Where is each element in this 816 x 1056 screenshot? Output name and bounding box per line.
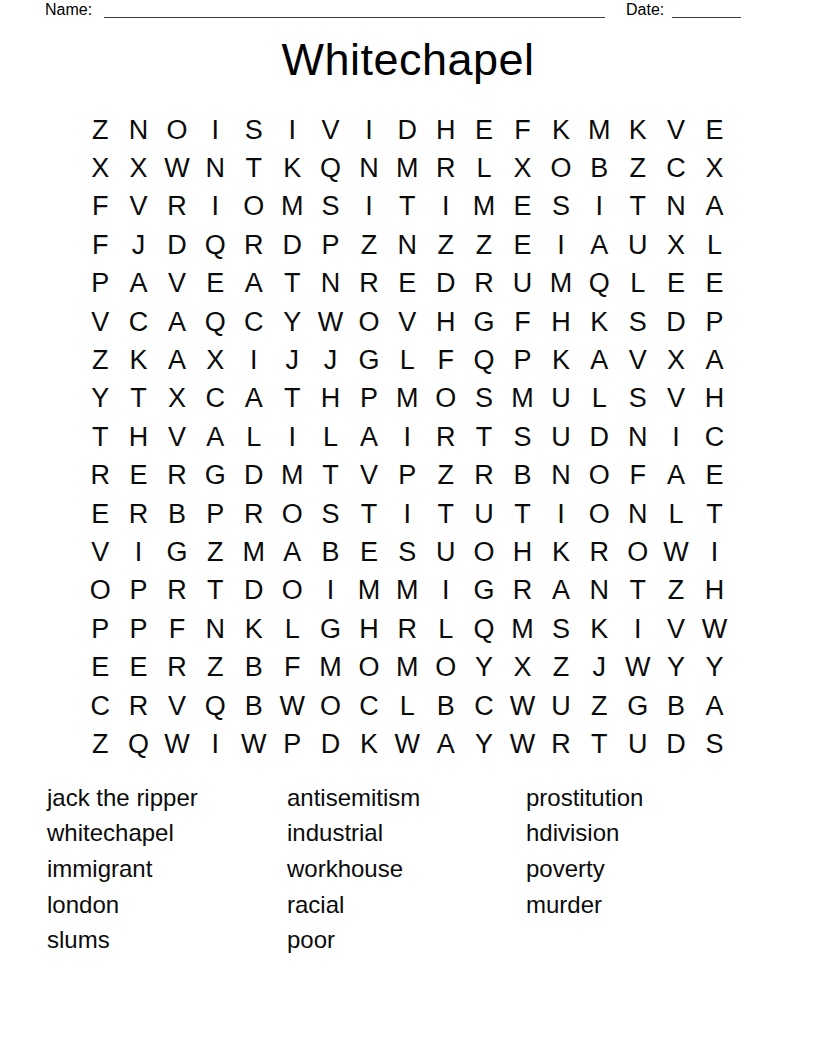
grid-cell[interactable]: N: [618, 418, 656, 456]
grid-cell[interactable]: Q: [311, 149, 349, 187]
grid-cell[interactable]: N: [388, 226, 426, 264]
page-title: Whitechapel: [0, 34, 816, 86]
grid-cell[interactable]: T: [311, 457, 349, 495]
grid-cell[interactable]: X: [119, 149, 157, 187]
grid-cell[interactable]: R: [235, 226, 273, 264]
grid-cell[interactable]: W: [235, 725, 273, 763]
grid-cell[interactable]: T: [388, 188, 426, 226]
grid-cell[interactable]: O: [542, 149, 580, 187]
grid-cell[interactable]: V: [158, 265, 196, 303]
grid-cell[interactable]: B: [235, 687, 273, 725]
grid-cell[interactable]: F: [81, 226, 119, 264]
grid-cell[interactable]: I: [388, 495, 426, 533]
grid-cell[interactable]: R: [388, 610, 426, 648]
grid-cell[interactable]: T: [427, 495, 465, 533]
date-input-line[interactable]: [672, 0, 741, 18]
grid-cell[interactable]: X: [657, 226, 695, 264]
grid-cell[interactable]: A: [273, 533, 311, 571]
grid-cell[interactable]: G: [311, 610, 349, 648]
grid-cell[interactable]: L: [388, 687, 426, 725]
grid-cell[interactable]: M: [503, 380, 541, 418]
grid-cell[interactable]: Z: [196, 648, 234, 686]
grid-cell[interactable]: H: [350, 610, 388, 648]
grid-cell[interactable]: S: [388, 533, 426, 571]
grid-cell[interactable]: D: [235, 572, 273, 610]
grid-cell[interactable]: V: [81, 533, 119, 571]
grid-cell[interactable]: Z: [81, 725, 119, 763]
grid-cell[interactable]: E: [196, 265, 234, 303]
name-input-line[interactable]: [104, 0, 605, 18]
grid-cell[interactable]: C: [81, 687, 119, 725]
grid-cell[interactable]: D: [273, 226, 311, 264]
grid-cell[interactable]: Z: [427, 457, 465, 495]
grid-cell[interactable]: E: [350, 533, 388, 571]
grid-cell[interactable]: E: [119, 648, 157, 686]
grid-cell[interactable]: W: [388, 725, 426, 763]
grid-cell[interactable]: R: [235, 495, 273, 533]
grid-cell[interactable]: P: [196, 495, 234, 533]
grid-cell[interactable]: V: [81, 303, 119, 341]
grid-cell[interactable]: F: [273, 648, 311, 686]
grid-cell[interactable]: T: [618, 572, 656, 610]
grid-cell[interactable]: U: [503, 265, 541, 303]
grid-cell[interactable]: K: [618, 111, 656, 149]
grid-cell[interactable]: S: [542, 610, 580, 648]
grid-cell[interactable]: M: [580, 111, 618, 149]
grid-cell[interactable]: V: [657, 111, 695, 149]
grid-cell[interactable]: T: [503, 495, 541, 533]
grid-cell[interactable]: V: [158, 687, 196, 725]
grid-cell[interactable]: J: [119, 226, 157, 264]
grid-cell[interactable]: D: [158, 226, 196, 264]
grid-cell[interactable]: G: [350, 341, 388, 379]
grid-cell[interactable]: R: [503, 572, 541, 610]
grid-cell[interactable]: C: [695, 418, 733, 456]
grid-cell[interactable]: R: [158, 457, 196, 495]
grid-cell[interactable]: B: [235, 648, 273, 686]
word-list-column2: antisemitismindustrialworkhouseracialpoo…: [287, 780, 420, 958]
grid-cell[interactable]: H: [311, 380, 349, 418]
grid-cell[interactable]: I: [580, 188, 618, 226]
grid-cell[interactable]: Z: [350, 226, 388, 264]
grid-cell[interactable]: L: [695, 226, 733, 264]
grid-cell[interactable]: Q: [119, 725, 157, 763]
grid-cell[interactable]: I: [427, 188, 465, 226]
grid-cell[interactable]: N: [311, 265, 349, 303]
grid-cell[interactable]: I: [119, 533, 157, 571]
grid-cell[interactable]: R: [158, 572, 196, 610]
grid-cell[interactable]: L: [311, 418, 349, 456]
grid-cell[interactable]: C: [350, 687, 388, 725]
grid-cell[interactable]: E: [81, 495, 119, 533]
grid-cell[interactable]: R: [158, 188, 196, 226]
grid-cell[interactable]: L: [235, 418, 273, 456]
grid-cell[interactable]: A: [350, 418, 388, 456]
grid-cell[interactable]: V: [158, 418, 196, 456]
grid-cell[interactable]: A: [542, 572, 580, 610]
grid-cell[interactable]: R: [465, 265, 503, 303]
grid-cell[interactable]: K: [273, 149, 311, 187]
grid-cell[interactable]: D: [388, 111, 426, 149]
grid-cell[interactable]: A: [235, 265, 273, 303]
grid-cell[interactable]: O: [235, 188, 273, 226]
grid-cell[interactable]: S: [618, 380, 656, 418]
grid-cell[interactable]: M: [388, 149, 426, 187]
grid-cell[interactable]: M: [273, 457, 311, 495]
grid-cell[interactable]: A: [158, 341, 196, 379]
word-list-item: whitechapel: [47, 816, 198, 852]
grid-cell[interactable]: O: [427, 648, 465, 686]
grid-cell[interactable]: M: [388, 648, 426, 686]
grid-cell[interactable]: H: [503, 533, 541, 571]
grid-cell[interactable]: L: [388, 341, 426, 379]
grid-cell[interactable]: T: [465, 418, 503, 456]
grid-cell[interactable]: A: [119, 265, 157, 303]
grid-cell[interactable]: A: [695, 341, 733, 379]
grid-cell[interactable]: Y: [695, 648, 733, 686]
grid-cell[interactable]: M: [388, 572, 426, 610]
grid-cell[interactable]: V: [657, 380, 695, 418]
grid-cell[interactable]: D: [427, 265, 465, 303]
grid-cell[interactable]: M: [235, 533, 273, 571]
grid-cell[interactable]: T: [119, 380, 157, 418]
grid-cell[interactable]: X: [81, 149, 119, 187]
grid-cell[interactable]: X: [196, 341, 234, 379]
grid-cell[interactable]: K: [235, 610, 273, 648]
grid-cell[interactable]: S: [311, 495, 349, 533]
grid-cell[interactable]: H: [427, 111, 465, 149]
grid-cell[interactable]: Z: [465, 226, 503, 264]
grid-cell[interactable]: G: [618, 687, 656, 725]
grid-cell[interactable]: T: [695, 495, 733, 533]
grid-cell[interactable]: W: [657, 533, 695, 571]
grid-cell[interactable]: O: [350, 303, 388, 341]
grid-cell[interactable]: D: [580, 418, 618, 456]
grid-cell[interactable]: B: [427, 687, 465, 725]
grid-cell[interactable]: Q: [196, 687, 234, 725]
grid-cell[interactable]: X: [158, 380, 196, 418]
grid-cell[interactable]: Z: [81, 111, 119, 149]
grid-cell[interactable]: G: [465, 303, 503, 341]
grid-cell[interactable]: Z: [81, 341, 119, 379]
grid-cell[interactable]: E: [695, 457, 733, 495]
grid-cell[interactable]: D: [657, 303, 695, 341]
grid-cell[interactable]: N: [542, 457, 580, 495]
grid-cell[interactable]: F: [618, 457, 656, 495]
grid-cell[interactable]: D: [311, 725, 349, 763]
grid-cell[interactable]: O: [311, 687, 349, 725]
grid-cell[interactable]: O: [427, 380, 465, 418]
grid-cell[interactable]: K: [542, 111, 580, 149]
grid-cell[interactable]: I: [273, 111, 311, 149]
grid-cell[interactable]: P: [311, 226, 349, 264]
grid-cell[interactable]: A: [657, 457, 695, 495]
grid-cell[interactable]: V: [657, 610, 695, 648]
grid-cell[interactable]: W: [503, 725, 541, 763]
grid-cell[interactable]: M: [388, 380, 426, 418]
grid-cell[interactable]: P: [350, 380, 388, 418]
grid-cell[interactable]: S: [311, 188, 349, 226]
grid-cell[interactable]: A: [158, 303, 196, 341]
grid-cell[interactable]: S: [503, 418, 541, 456]
grid-cell[interactable]: H: [542, 303, 580, 341]
grid-cell[interactable]: W: [618, 648, 656, 686]
grid-cell[interactable]: W: [158, 725, 196, 763]
grid-cell[interactable]: R: [542, 725, 580, 763]
grid-cell[interactable]: O: [350, 648, 388, 686]
grid-cell[interactable]: I: [196, 725, 234, 763]
grid-cell[interactable]: H: [695, 380, 733, 418]
grid-cell[interactable]: M: [311, 648, 349, 686]
grid-cell[interactable]: Z: [580, 687, 618, 725]
worksheet-page: Name: Date: Whitechapel ZNOISIVIDHEFKMKV…: [0, 0, 816, 1056]
grid-cell[interactable]: I: [542, 495, 580, 533]
grid-cell[interactable]: R: [81, 457, 119, 495]
grid-cell[interactable]: L: [580, 380, 618, 418]
grid-cell[interactable]: H: [427, 303, 465, 341]
grid-cell[interactable]: R: [158, 648, 196, 686]
word-list-item: hdivision: [526, 816, 643, 852]
grid-cell[interactable]: F: [503, 111, 541, 149]
grid-cell[interactable]: E: [388, 265, 426, 303]
grid-cell[interactable]: K: [542, 341, 580, 379]
grid-cell[interactable]: N: [350, 149, 388, 187]
grid-cell[interactable]: O: [81, 572, 119, 610]
grid-cell[interactable]: V: [119, 188, 157, 226]
grid-cell[interactable]: S: [618, 303, 656, 341]
grid-cell[interactable]: P: [388, 457, 426, 495]
grid-cell[interactable]: P: [119, 572, 157, 610]
grid-cell[interactable]: O: [158, 111, 196, 149]
grid-cell[interactable]: A: [695, 188, 733, 226]
grid-cell[interactable]: N: [580, 572, 618, 610]
grid-cell[interactable]: Z: [657, 572, 695, 610]
grid-cell[interactable]: W: [503, 687, 541, 725]
grid-cell[interactable]: R: [427, 418, 465, 456]
grid-cell[interactable]: T: [580, 725, 618, 763]
grid-cell[interactable]: N: [196, 610, 234, 648]
grid-cell[interactable]: I: [657, 418, 695, 456]
grid-cell[interactable]: G: [158, 533, 196, 571]
grid-cell[interactable]: R: [465, 457, 503, 495]
grid-cell[interactable]: I: [427, 572, 465, 610]
grid-cell[interactable]: R: [350, 265, 388, 303]
grid-cell[interactable]: I: [618, 610, 656, 648]
grid-cell[interactable]: F: [427, 341, 465, 379]
grid-cell[interactable]: B: [158, 495, 196, 533]
grid-cell[interactable]: W: [273, 687, 311, 725]
grid-cell[interactable]: T: [350, 495, 388, 533]
grid-cell[interactable]: L: [273, 610, 311, 648]
grid-cell[interactable]: C: [465, 687, 503, 725]
grid-cell[interactable]: Q: [196, 226, 234, 264]
grid-cell[interactable]: I: [695, 533, 733, 571]
grid-cell[interactable]: P: [273, 725, 311, 763]
grid-cell[interactable]: L: [465, 149, 503, 187]
grid-cell[interactable]: S: [235, 111, 273, 149]
grid-cell[interactable]: P: [81, 610, 119, 648]
grid-cell[interactable]: V: [618, 341, 656, 379]
grid-cell[interactable]: E: [465, 111, 503, 149]
grid-cell[interactable]: C: [196, 380, 234, 418]
grid-cell[interactable]: W: [158, 149, 196, 187]
grid-cell[interactable]: O: [580, 495, 618, 533]
grid-cell[interactable]: D: [657, 725, 695, 763]
grid-cell[interactable]: U: [542, 380, 580, 418]
grid-cell[interactable]: P: [119, 610, 157, 648]
grid-cell[interactable]: N: [618, 495, 656, 533]
grid-cell[interactable]: T: [618, 188, 656, 226]
grid-cell[interactable]: O: [273, 572, 311, 610]
grid-cell[interactable]: T: [235, 149, 273, 187]
grid-cell[interactable]: R: [119, 687, 157, 725]
grid-cell[interactable]: N: [119, 111, 157, 149]
grid-cell[interactable]: U: [542, 687, 580, 725]
grid-cell[interactable]: G: [465, 572, 503, 610]
grid-cell[interactable]: M: [273, 188, 311, 226]
grid-cell[interactable]: O: [618, 533, 656, 571]
grid-cell[interactable]: X: [503, 648, 541, 686]
grid-cell[interactable]: G: [196, 457, 234, 495]
grid-cell[interactable]: F: [503, 303, 541, 341]
grid-cell[interactable]: S: [695, 725, 733, 763]
grid-cell[interactable]: R: [580, 533, 618, 571]
grid-cell[interactable]: J: [273, 341, 311, 379]
grid-cell[interactable]: Q: [465, 341, 503, 379]
grid-cell[interactable]: R: [119, 495, 157, 533]
grid-cell[interactable]: L: [657, 495, 695, 533]
grid-cell[interactable]: E: [503, 226, 541, 264]
grid-cell[interactable]: S: [465, 380, 503, 418]
grid-cell[interactable]: B: [311, 533, 349, 571]
grid-cell[interactable]: E: [657, 265, 695, 303]
grid-cell[interactable]: Q: [465, 610, 503, 648]
grid-cell[interactable]: F: [81, 188, 119, 226]
grid-cell[interactable]: A: [580, 226, 618, 264]
grid-cell[interactable]: I: [273, 418, 311, 456]
grid-cell[interactable]: T: [273, 265, 311, 303]
grid-cell[interactable]: Q: [196, 303, 234, 341]
grid-cell[interactable]: B: [580, 149, 618, 187]
grid-cell[interactable]: H: [695, 572, 733, 610]
grid-cell[interactable]: T: [81, 418, 119, 456]
grid-cell[interactable]: B: [503, 457, 541, 495]
grid-cell[interactable]: F: [158, 610, 196, 648]
word-list-item: prostitution: [526, 780, 643, 816]
grid-cell[interactable]: U: [618, 226, 656, 264]
grid-cell[interactable]: W: [311, 303, 349, 341]
grid-cell[interactable]: J: [580, 648, 618, 686]
grid-cell[interactable]: C: [119, 303, 157, 341]
grid-cell[interactable]: I: [542, 226, 580, 264]
grid-cell[interactable]: O: [465, 533, 503, 571]
grid-cell[interactable]: P: [503, 341, 541, 379]
grid-cell[interactable]: E: [503, 188, 541, 226]
grid-cell[interactable]: I: [388, 418, 426, 456]
grid-cell[interactable]: W: [695, 610, 733, 648]
grid-cell[interactable]: U: [427, 533, 465, 571]
grid-cell[interactable]: Y: [657, 648, 695, 686]
grid-cell[interactable]: R: [427, 149, 465, 187]
grid-cell[interactable]: D: [235, 457, 273, 495]
grid-cell[interactable]: A: [196, 418, 234, 456]
grid-cell[interactable]: K: [119, 341, 157, 379]
grid-cell[interactable]: A: [427, 725, 465, 763]
grid-cell[interactable]: I: [350, 111, 388, 149]
grid-cell[interactable]: K: [580, 303, 618, 341]
grid-cell[interactable]: L: [427, 610, 465, 648]
grid-cell[interactable]: Z: [542, 648, 580, 686]
grid-cell[interactable]: M: [350, 572, 388, 610]
grid-cell[interactable]: N: [196, 149, 234, 187]
grid-cell[interactable]: O: [580, 457, 618, 495]
grid-cell[interactable]: I: [311, 572, 349, 610]
grid-cell[interactable]: J: [311, 341, 349, 379]
grid-cell[interactable]: K: [350, 725, 388, 763]
grid-cell[interactable]: M: [542, 265, 580, 303]
grid-cell[interactable]: I: [196, 111, 234, 149]
grid-cell[interactable]: T: [196, 572, 234, 610]
grid-cell[interactable]: U: [542, 418, 580, 456]
grid-cell[interactable]: X: [695, 149, 733, 187]
grid-cell[interactable]: I: [235, 341, 273, 379]
grid-cell[interactable]: X: [657, 341, 695, 379]
grid-cell[interactable]: I: [196, 188, 234, 226]
grid-cell[interactable]: B: [657, 687, 695, 725]
grid-cell[interactable]: Z: [427, 226, 465, 264]
grid-cell[interactable]: M: [465, 188, 503, 226]
grid-cell[interactable]: O: [273, 495, 311, 533]
grid-cell[interactable]: K: [580, 610, 618, 648]
grid-cell[interactable]: E: [81, 648, 119, 686]
grid-cell[interactable]: X: [503, 149, 541, 187]
grid-cell[interactable]: E: [695, 265, 733, 303]
grid-cell[interactable]: M: [503, 610, 541, 648]
grid-cell[interactable]: V: [350, 457, 388, 495]
grid-cell[interactable]: H: [119, 418, 157, 456]
grid-cell[interactable]: P: [81, 265, 119, 303]
grid-cell[interactable]: A: [695, 687, 733, 725]
grid-cell[interactable]: Y: [465, 648, 503, 686]
grid-cell[interactable]: A: [235, 380, 273, 418]
grid-cell[interactable]: N: [657, 188, 695, 226]
grid-cell[interactable]: K: [542, 533, 580, 571]
grid-cell[interactable]: Q: [580, 265, 618, 303]
grid-cell[interactable]: Y: [81, 380, 119, 418]
grid-cell[interactable]: T: [273, 380, 311, 418]
grid-cell[interactable]: L: [618, 265, 656, 303]
word-list-item: racial: [287, 887, 420, 923]
grid-cell[interactable]: Z: [618, 149, 656, 187]
grid-cell[interactable]: C: [235, 303, 273, 341]
grid-cell[interactable]: U: [618, 725, 656, 763]
grid-cell[interactable]: V: [311, 111, 349, 149]
grid-cell[interactable]: Y: [465, 725, 503, 763]
grid-cell[interactable]: S: [542, 188, 580, 226]
date-label: Date:: [626, 1, 664, 19]
word-list-item: poor: [287, 922, 420, 958]
grid-cell[interactable]: P: [695, 303, 733, 341]
grid-cell[interactable]: A: [580, 341, 618, 379]
grid-cell[interactable]: C: [657, 149, 695, 187]
grid-cell[interactable]: U: [465, 495, 503, 533]
grid-cell[interactable]: V: [388, 303, 426, 341]
grid-cell[interactable]: Z: [196, 533, 234, 571]
grid-cell[interactable]: I: [350, 188, 388, 226]
grid-cell[interactable]: E: [119, 457, 157, 495]
grid-cell[interactable]: E: [695, 111, 733, 149]
grid-cell[interactable]: Y: [273, 303, 311, 341]
